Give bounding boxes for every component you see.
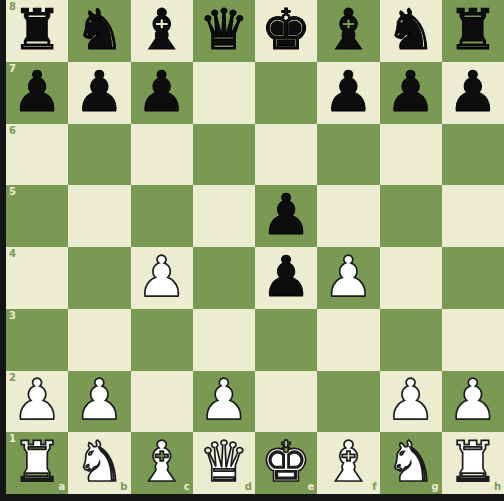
piece-black-pawn[interactable]: ♟ [323, 64, 373, 120]
square-a5[interactable]: 5 [6, 185, 68, 247]
square-a3[interactable]: 3 [6, 309, 68, 371]
square-c7[interactable]: ♟ [131, 62, 193, 124]
square-b7[interactable]: ♟ [68, 62, 130, 124]
rank-label-5: 5 [9, 187, 16, 197]
piece-white-pawn[interactable]: ♟ [323, 249, 373, 305]
square-d5[interactable] [193, 185, 255, 247]
square-h3[interactable] [442, 309, 504, 371]
piece-black-pawn[interactable]: ♟ [137, 64, 187, 120]
square-b1[interactable]: b♞ [68, 432, 130, 494]
square-f2[interactable] [317, 371, 379, 433]
square-c3[interactable] [131, 309, 193, 371]
square-a2[interactable]: 2♟ [6, 371, 68, 433]
square-d2[interactable]: ♟ [193, 371, 255, 433]
square-d1[interactable]: d♛ [193, 432, 255, 494]
square-h5[interactable] [442, 185, 504, 247]
piece-black-pawn[interactable]: ♟ [74, 64, 124, 120]
square-e5[interactable]: ♟ [255, 185, 317, 247]
square-e8[interactable]: ♚ [255, 0, 317, 62]
piece-white-pawn[interactable]: ♟ [74, 372, 124, 428]
square-g1[interactable]: g♞ [380, 432, 442, 494]
piece-white-king[interactable]: ♚ [261, 434, 311, 490]
piece-black-bishop[interactable]: ♝ [137, 2, 187, 58]
square-h4[interactable] [442, 247, 504, 309]
square-g2[interactable]: ♟ [380, 371, 442, 433]
square-d3[interactable] [193, 309, 255, 371]
square-c6[interactable] [131, 124, 193, 186]
piece-white-pawn[interactable]: ♟ [448, 372, 498, 428]
square-g8[interactable]: ♞ [380, 0, 442, 62]
square-d7[interactable] [193, 62, 255, 124]
square-f6[interactable] [317, 124, 379, 186]
square-h6[interactable] [442, 124, 504, 186]
square-b6[interactable] [68, 124, 130, 186]
square-h8[interactable]: ♜ [442, 0, 504, 62]
square-a1[interactable]: 1a♜ [6, 432, 68, 494]
square-b2[interactable]: ♟ [68, 371, 130, 433]
page: { "game": "chess", "position": { "fen": … [0, 0, 504, 501]
square-c8[interactable]: ♝ [131, 0, 193, 62]
square-f4[interactable]: ♟ [317, 247, 379, 309]
piece-black-pawn[interactable]: ♟ [261, 187, 311, 243]
rank-label-6: 6 [9, 126, 16, 136]
square-e7[interactable] [255, 62, 317, 124]
piece-white-knight[interactable]: ♞ [74, 434, 124, 490]
square-g6[interactable] [380, 124, 442, 186]
square-a7[interactable]: 7♟ [6, 62, 68, 124]
rank-label-3: 3 [9, 311, 16, 321]
piece-white-pawn[interactable]: ♟ [199, 372, 249, 428]
square-d8[interactable]: ♛ [193, 0, 255, 62]
piece-white-rook[interactable]: ♜ [12, 434, 62, 490]
square-f8[interactable]: ♝ [317, 0, 379, 62]
piece-white-pawn[interactable]: ♟ [386, 372, 436, 428]
piece-black-knight[interactable]: ♞ [74, 2, 124, 58]
piece-white-pawn[interactable]: ♟ [137, 249, 187, 305]
square-a6[interactable]: 6 [6, 124, 68, 186]
piece-black-rook[interactable]: ♜ [448, 2, 498, 58]
square-c1[interactable]: c♝ [131, 432, 193, 494]
square-g4[interactable] [380, 247, 442, 309]
square-e6[interactable] [255, 124, 317, 186]
square-e2[interactable] [255, 371, 317, 433]
square-e1[interactable]: e♚ [255, 432, 317, 494]
piece-black-bishop[interactable]: ♝ [323, 2, 373, 58]
square-f5[interactable] [317, 185, 379, 247]
square-h2[interactable]: ♟ [442, 371, 504, 433]
square-d4[interactable] [193, 247, 255, 309]
piece-black-king[interactable]: ♚ [261, 2, 311, 58]
square-b5[interactable] [68, 185, 130, 247]
square-b8[interactable]: ♞ [68, 0, 130, 62]
square-f7[interactable]: ♟ [317, 62, 379, 124]
chess-board: 8♜♞♝♛♚♝♞♜7♟♟♟♟♟♟65♟4♟♟♟32♟♟♟♟♟1a♜b♞c♝d♛e… [6, 0, 504, 494]
piece-white-knight[interactable]: ♞ [386, 434, 436, 490]
piece-black-pawn[interactable]: ♟ [448, 64, 498, 120]
square-f1[interactable]: f♝ [317, 432, 379, 494]
piece-white-queen[interactable]: ♛ [199, 434, 249, 490]
square-g5[interactable] [380, 185, 442, 247]
piece-white-bishop[interactable]: ♝ [137, 434, 187, 490]
piece-black-pawn[interactable]: ♟ [386, 64, 436, 120]
square-d6[interactable] [193, 124, 255, 186]
square-g7[interactable]: ♟ [380, 62, 442, 124]
square-g3[interactable] [380, 309, 442, 371]
square-b4[interactable] [68, 247, 130, 309]
square-e4[interactable]: ♟ [255, 247, 317, 309]
square-a4[interactable]: 4 [6, 247, 68, 309]
square-c5[interactable] [131, 185, 193, 247]
square-e3[interactable] [255, 309, 317, 371]
piece-black-pawn[interactable]: ♟ [261, 249, 311, 305]
piece-white-rook[interactable]: ♜ [448, 434, 498, 490]
square-f3[interactable] [317, 309, 379, 371]
square-a8[interactable]: 8♜ [6, 0, 68, 62]
piece-white-bishop[interactable]: ♝ [323, 434, 373, 490]
square-b3[interactable] [68, 309, 130, 371]
square-h1[interactable]: h♜ [442, 432, 504, 494]
piece-white-pawn[interactable]: ♟ [12, 372, 62, 428]
square-h7[interactable]: ♟ [442, 62, 504, 124]
square-c2[interactable] [131, 371, 193, 433]
board-container: 8♜♞♝♛♚♝♞♜7♟♟♟♟♟♟65♟4♟♟♟32♟♟♟♟♟1a♜b♞c♝d♛e… [0, 0, 504, 501]
rank-label-4: 4 [9, 249, 16, 259]
piece-black-knight[interactable]: ♞ [386, 2, 436, 58]
square-c4[interactable]: ♟ [131, 247, 193, 309]
piece-black-queen[interactable]: ♛ [199, 2, 249, 58]
piece-black-rook[interactable]: ♜ [12, 2, 62, 58]
piece-black-pawn[interactable]: ♟ [12, 64, 62, 120]
